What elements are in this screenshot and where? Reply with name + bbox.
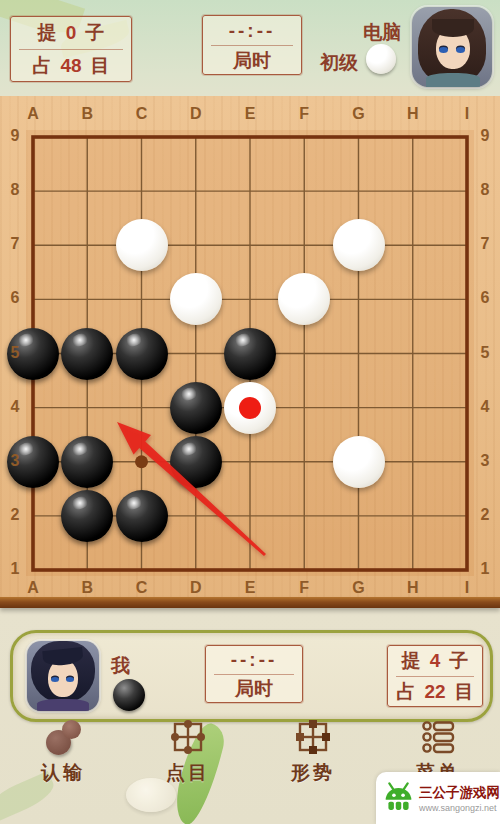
col-label: E — [239, 579, 261, 597]
avatar-clothes — [426, 73, 480, 87]
player-clock-time: --:-- — [206, 646, 302, 674]
board-dots-icon — [169, 718, 207, 756]
opponent-clock-box: --:-- 局时 — [202, 15, 302, 75]
avatar-eye — [439, 47, 448, 53]
go-board[interactable]: AABBCCDDEEFFGGHHII998877665544332211 — [0, 96, 500, 608]
territory-label: 占 — [32, 53, 51, 79]
count-points-label: 点目 — [166, 760, 210, 786]
site-watermark: 三公子游戏网 www.sangongzi.net — [376, 772, 500, 824]
watermark-site-name: 三公子游戏网 — [419, 784, 500, 802]
row-label: 7 — [474, 235, 496, 253]
row-label: 4 — [4, 398, 26, 416]
board-edge — [0, 597, 500, 608]
opponent-captures: 提 0 子 — [11, 17, 131, 49]
col-label: H — [402, 105, 424, 123]
col-label: E — [239, 105, 261, 123]
territory-unit: 目 — [91, 53, 110, 79]
player-panel: 我 --:-- 局时 提 4 子 占 22 目 — [10, 630, 493, 722]
row-label: 4 — [474, 398, 496, 416]
col-label: A — [22, 579, 44, 597]
go-game-screen: 提 0 子 占 48 目 --:-- 局时 电脑 初级 AABBCCDDEEFF… — [0, 0, 500, 824]
row-label: 1 — [474, 560, 496, 578]
territory-count: 22 — [424, 681, 445, 703]
opponent-avatar[interactable] — [412, 7, 492, 87]
col-label: D — [185, 579, 207, 597]
territory-label: 占 — [396, 679, 415, 705]
avatar-clothes — [37, 699, 89, 711]
avatar-eye — [66, 677, 74, 682]
row-label: 2 — [4, 506, 26, 524]
territory-unit: 目 — [455, 679, 474, 705]
resign-label: 认输 — [41, 760, 85, 786]
row-label: 1 — [4, 560, 26, 578]
opponent-clock-time: --:-- — [203, 16, 301, 45]
capture-unit: 子 — [85, 20, 104, 46]
col-label: C — [131, 579, 153, 597]
opponent-name: 电脑 — [363, 20, 401, 46]
situation-label: 形势 — [291, 760, 335, 786]
row-label: 5 — [4, 344, 26, 362]
opponent-level: 初级 — [320, 50, 358, 76]
watermark-site-url: www.sangongzi.net — [419, 803, 500, 813]
row-label: 9 — [4, 127, 26, 145]
row-label: 6 — [4, 289, 26, 307]
col-label: D — [185, 105, 207, 123]
row-label: 5 — [474, 344, 496, 362]
player-clock-box: --:-- 局时 — [205, 645, 303, 703]
avatar-eye — [51, 677, 59, 682]
situation-button[interactable]: 形势 — [265, 718, 361, 786]
resign-button[interactable]: 认输 — [15, 718, 111, 786]
col-label: I — [456, 579, 478, 597]
avatar-bangs — [432, 19, 474, 37]
player-score-box: 提 4 子 占 22 目 — [387, 645, 483, 707]
col-label: G — [348, 579, 370, 597]
player-stone-color-indicator — [113, 679, 145, 711]
capture-count: 0 — [66, 22, 77, 44]
row-label: 6 — [474, 289, 496, 307]
capture-unit: 子 — [449, 648, 468, 674]
player-territory: 占 22 目 — [388, 677, 482, 707]
opponent-stone-color-indicator — [366, 44, 396, 74]
capture-label: 提 — [402, 648, 421, 674]
col-label: C — [131, 105, 153, 123]
player-avatar[interactable] — [27, 641, 99, 711]
avatar-eye — [456, 47, 465, 53]
col-label: A — [22, 105, 44, 123]
row-label: 3 — [474, 452, 496, 470]
stone-small — [62, 720, 81, 739]
col-label: F — [293, 579, 315, 597]
board-squares-icon — [294, 718, 332, 756]
col-label: G — [348, 105, 370, 123]
row-label: 8 — [474, 181, 496, 199]
col-label: I — [456, 105, 478, 123]
opponent-territory: 占 48 目 — [11, 50, 131, 82]
row-label: 2 — [474, 506, 496, 524]
player-captures: 提 4 子 — [388, 646, 482, 676]
col-label: B — [76, 105, 98, 123]
row-label: 9 — [474, 127, 496, 145]
opponent-score-box: 提 0 子 占 48 目 — [10, 16, 132, 82]
row-label: 3 — [4, 452, 26, 470]
robot-logo-icon — [382, 780, 415, 816]
two-stones-icon — [44, 718, 82, 756]
territory-count: 48 — [60, 55, 81, 77]
list-icon — [419, 718, 457, 756]
capture-label: 提 — [38, 20, 57, 46]
row-label: 8 — [4, 181, 26, 199]
player-clock-label: 局时 — [206, 675, 302, 703]
col-label: B — [76, 579, 98, 597]
col-label: H — [402, 579, 424, 597]
player-name: 我 — [111, 653, 130, 679]
coordinates-layer: AABBCCDDEEFFGGHHII998877665544332211 — [0, 96, 500, 608]
col-label: F — [293, 105, 315, 123]
row-label: 7 — [4, 235, 26, 253]
count-points-button[interactable]: 点目 — [140, 718, 236, 786]
opponent-clock-label: 局时 — [203, 46, 301, 75]
capture-count: 4 — [430, 650, 441, 672]
